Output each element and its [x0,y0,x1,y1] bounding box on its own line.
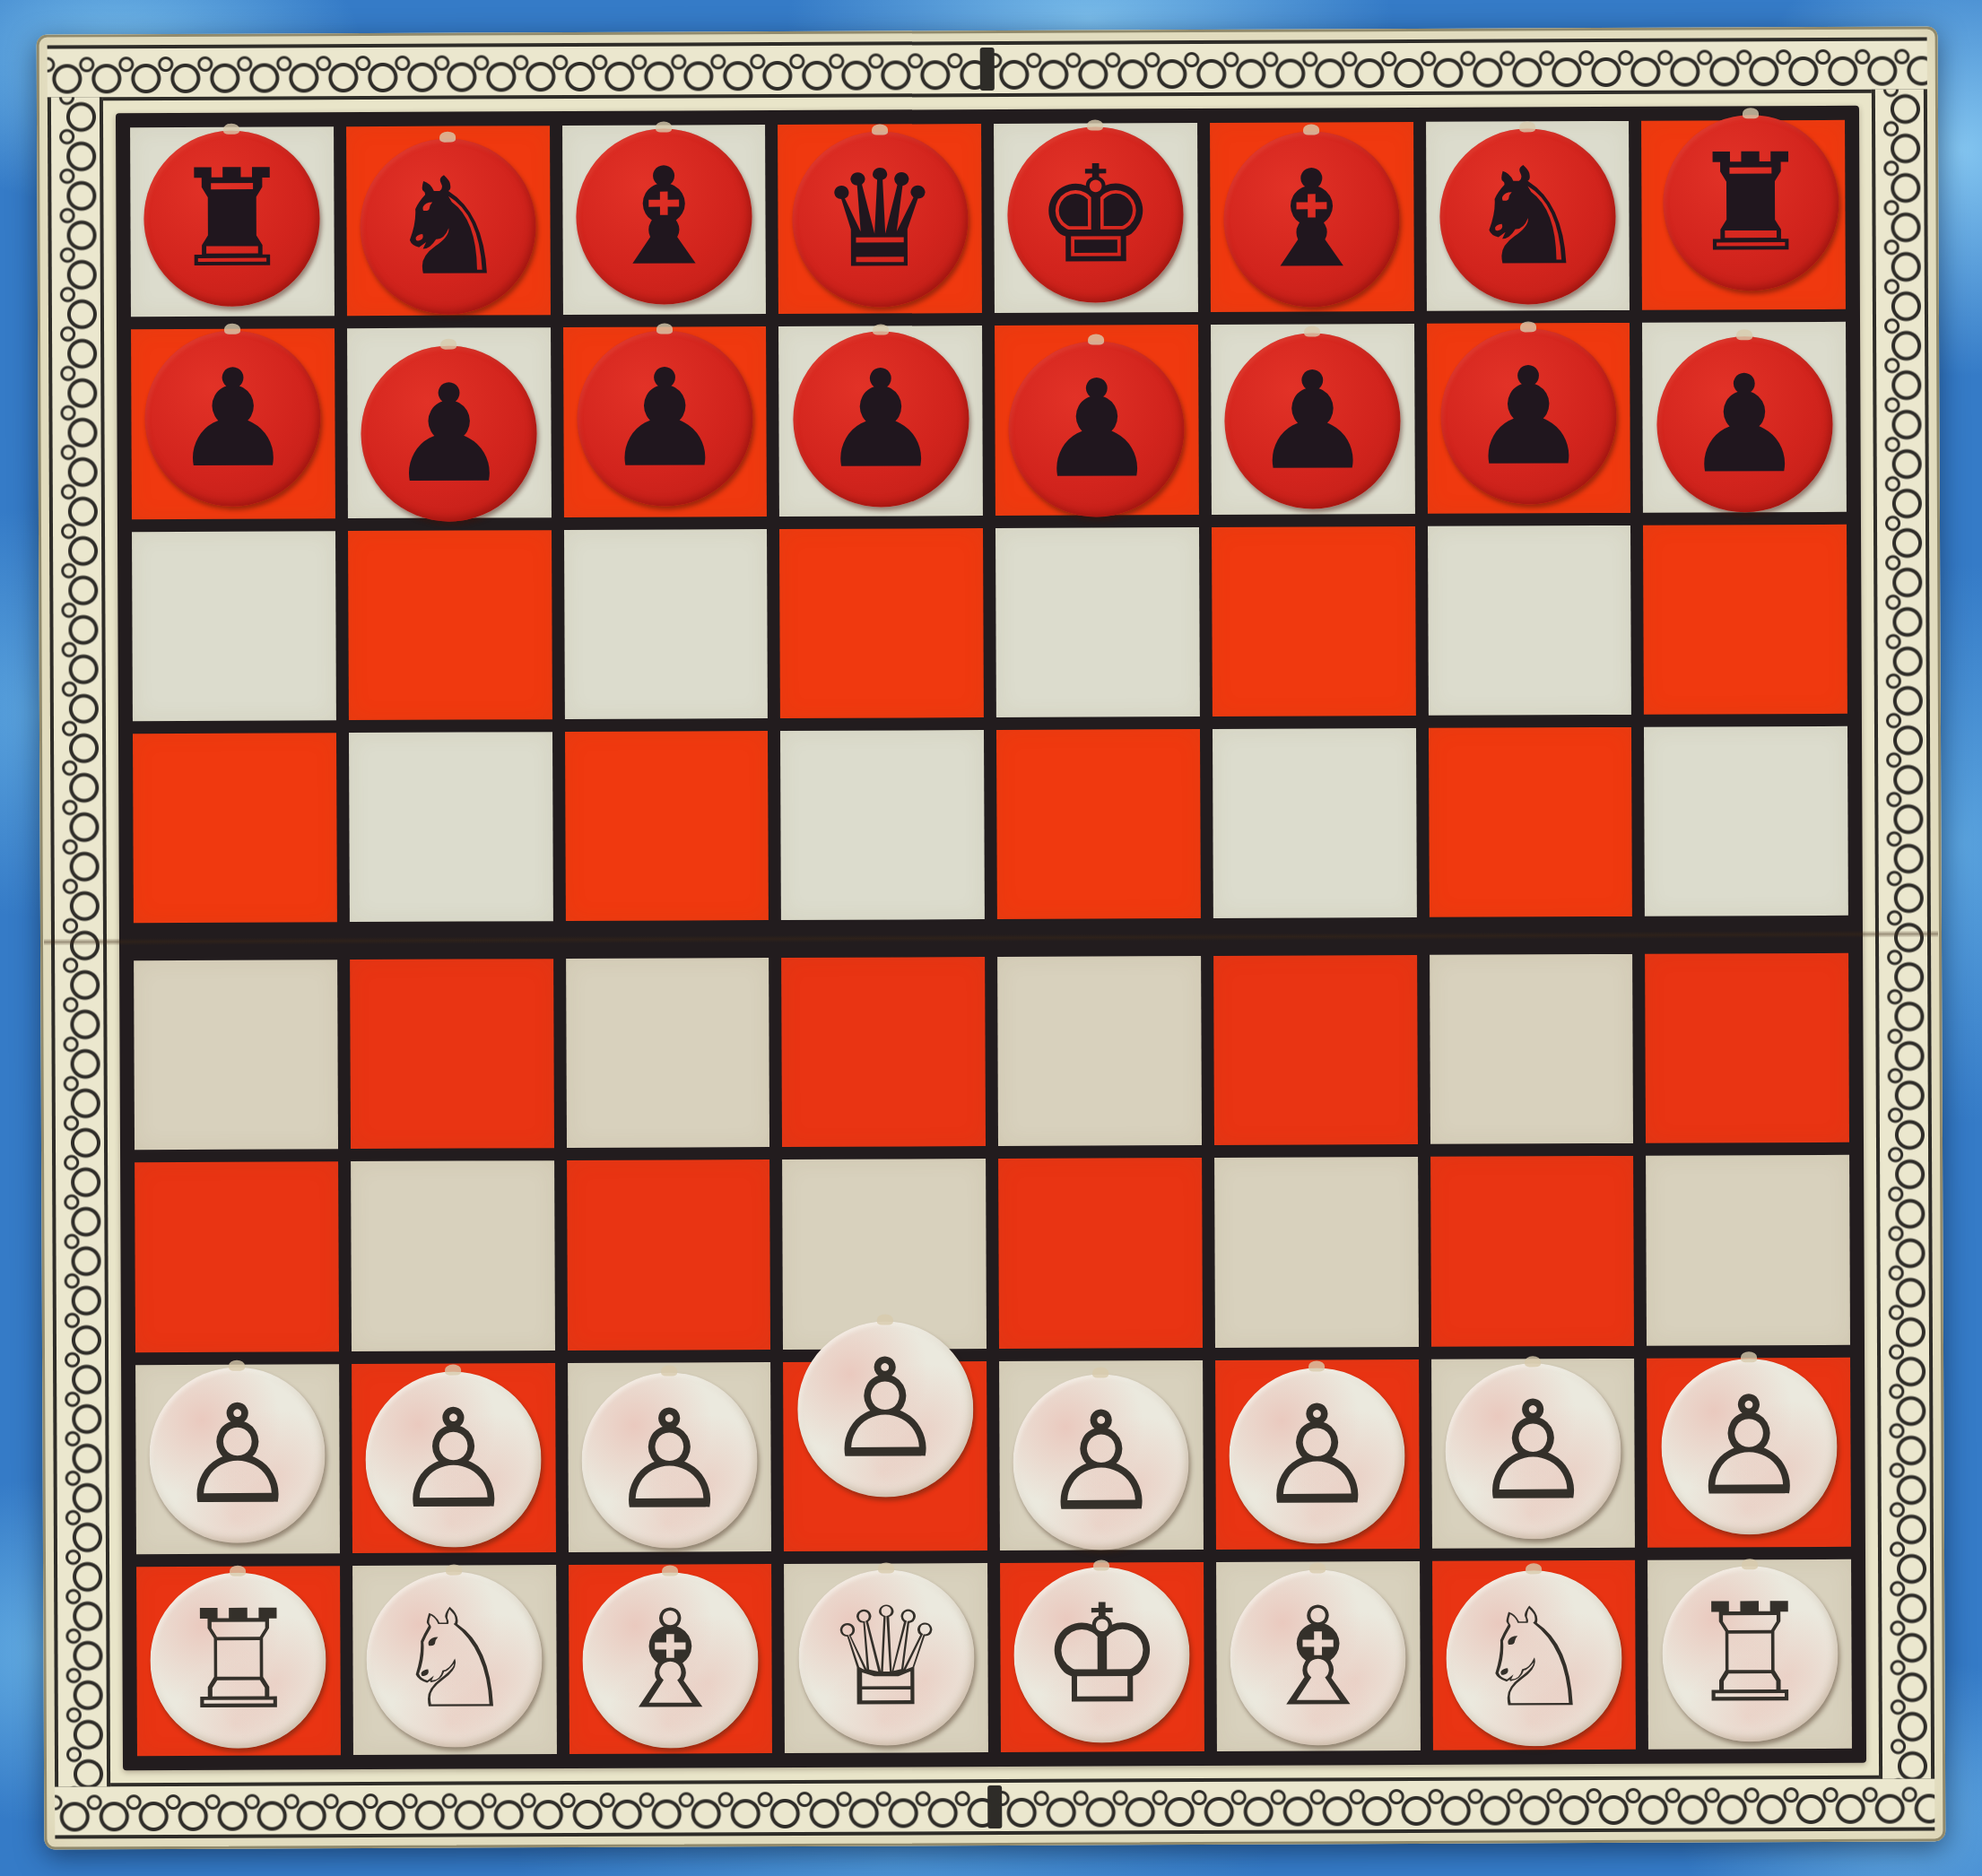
white-bishop-glyph: ♗ [609,1593,732,1730]
piece-white-pawn-h2[interactable]: ♙ [1661,1359,1838,1535]
square-e8[interactable]: ♚ [994,123,1198,313]
white-rook-glyph: ♖ [177,1593,300,1730]
square-b3[interactable] [351,1160,555,1351]
piece-red-pawn-f7[interactable]: ♟ [1224,333,1401,509]
square-h4[interactable] [1645,953,1849,1143]
square-c6[interactable] [564,529,769,719]
red-pawn-glyph: ♟ [1468,349,1589,484]
piece-white-pawn-b2[interactable]: ♙ [365,1371,542,1548]
square-b1[interactable]: ♘ [352,1565,557,1755]
square-b2[interactable]: ♙ [352,1363,556,1553]
piece-white-bishop-f1[interactable]: ♗ [1230,1569,1406,1746]
square-c8[interactable]: ♝ [562,125,767,315]
red-pawn-glyph: ♟ [172,351,293,486]
square-f3[interactable] [1214,1157,1419,1347]
red-bishop-glyph: ♝ [604,149,725,284]
piece-red-pawn-h7[interactable]: ♟ [1656,336,1833,513]
square-a2[interactable]: ♙ [135,1364,340,1554]
square-d2[interactable]: ♙ [783,1361,987,1551]
square-c1[interactable]: ♗ [569,1564,773,1754]
square-h5[interactable] [1644,726,1848,916]
piece-red-knight-b8[interactable]: ♞ [360,138,536,315]
fold-center-mark-bottom [987,1785,1002,1828]
square-e4[interactable] [997,956,1202,1146]
piece-white-knight-b1[interactable]: ♘ [366,1572,543,1749]
red-rook-glyph: ♜ [171,151,292,286]
piece-red-rook-h8[interactable]: ♜ [1663,114,1839,291]
piece-white-pawn-f2[interactable]: ♙ [1229,1368,1405,1544]
square-f5[interactable] [1213,728,1417,918]
red-knight-glyph: ♞ [387,159,509,294]
border-ornament-top [48,37,1927,100]
square-e5[interactable] [996,729,1201,919]
white-knight-glyph: ♘ [393,1592,516,1729]
square-g6[interactable] [1427,525,1631,715]
red-rook-glyph: ♜ [1690,135,1811,271]
piece-white-pawn-c2[interactable]: ♙ [581,1372,758,1549]
piece-white-pawn-d2[interactable]: ♙ [796,1321,973,1498]
square-a7[interactable]: ♟ [131,328,335,518]
square-g7[interactable]: ♟ [1427,323,1631,513]
square-a6[interactable] [132,531,336,721]
red-pawn-glyph: ♟ [604,351,726,486]
piece-red-pawn-e7[interactable]: ♟ [1008,341,1185,517]
square-d4[interactable] [781,957,986,1147]
square-e6[interactable] [995,526,1200,717]
square-e7[interactable]: ♟ [995,325,1199,515]
white-queen-glyph: ♕ [825,1590,948,1727]
square-e1[interactable]: ♔ [1000,1562,1204,1752]
piece-red-pawn-c7[interactable]: ♟ [577,330,753,507]
square-g2[interactable]: ♙ [1431,1358,1636,1548]
piece-red-pawn-g7[interactable]: ♟ [1440,328,1617,505]
square-b5[interactable] [349,732,553,922]
square-e2[interactable]: ♙ [999,1359,1204,1550]
square-b4[interactable] [350,959,554,1149]
piece-red-rook-a8[interactable]: ♜ [143,130,320,307]
square-c3[interactable] [567,1159,771,1350]
red-king-glyph: ♚ [1035,147,1156,282]
photo-background: { "game": "chess", "scene": "Vintage fol… [0,0,1982,1876]
white-knight-glyph: ♘ [1473,1590,1595,1727]
square-h2[interactable]: ♙ [1647,1357,1851,1547]
square-h1[interactable]: ♖ [1647,1559,1852,1750]
piece-red-queen-d8[interactable]: ♛ [792,131,969,308]
square-f7[interactable]: ♟ [1211,324,1415,514]
square-h3[interactable] [1646,1155,1850,1345]
square-f8[interactable]: ♝ [1210,122,1414,312]
white-king-glyph: ♔ [1040,1587,1163,1724]
red-bishop-glyph: ♝ [1251,152,1372,287]
white-rook-glyph: ♖ [1689,1585,1812,1723]
piece-white-bishop-c1[interactable]: ♗ [582,1573,759,1750]
square-f1[interactable]: ♗ [1216,1561,1421,1751]
red-pawn-glyph: ♟ [1252,353,1373,489]
piece-red-pawn-d7[interactable]: ♟ [793,331,969,508]
piece-red-knight-g8[interactable]: ♞ [1439,128,1616,305]
white-pawn-glyph: ♙ [1039,1394,1162,1531]
piece-white-rook-h1[interactable]: ♖ [1662,1566,1839,1742]
square-g3[interactable] [1430,1156,1635,1346]
red-knight-glyph: ♞ [1467,149,1588,284]
white-pawn-glyph: ♙ [176,1386,299,1524]
piece-red-king-e8[interactable]: ♚ [1007,126,1184,303]
border-ornament-bottom [55,1775,1934,1838]
white-bishop-glyph: ♗ [1256,1589,1379,1726]
piece-white-king-e1[interactable]: ♔ [1013,1567,1190,1743]
square-e3[interactable] [998,1158,1203,1348]
square-h7[interactable]: ♟ [1642,322,1847,512]
square-d1[interactable]: ♕ [784,1563,988,1753]
square-h6[interactable] [1643,524,1847,714]
white-pawn-glyph: ♙ [1688,1378,1811,1516]
red-pawn-glyph: ♟ [1684,357,1805,492]
square-g8[interactable]: ♞ [1426,121,1630,311]
piece-white-pawn-a2[interactable]: ♙ [149,1367,326,1543]
white-pawn-glyph: ♙ [392,1391,515,1528]
piece-red-bishop-f8[interactable]: ♝ [1223,131,1400,308]
square-g4[interactable] [1430,954,1634,1144]
piece-red-bishop-c8[interactable]: ♝ [576,128,752,305]
red-pawn-glyph: ♟ [388,366,509,501]
square-d6[interactable] [779,528,984,718]
square-c7[interactable]: ♟ [563,326,768,517]
square-a1[interactable]: ♖ [136,1566,341,1756]
square-g5[interactable] [1428,727,1632,917]
square-b8[interactable]: ♞ [346,126,551,316]
chess-board: ♜♞♝♛♚♝♞♜♟♟♟♟♟♟♟♟♙♙♙♙♙♙♙♙♖♘♗♕♔♗♘♖ [37,26,1946,1849]
piece-white-pawn-g2[interactable]: ♙ [1445,1363,1621,1540]
square-a5[interactable] [133,733,337,923]
red-pawn-glyph: ♟ [1036,361,1157,497]
fold-center-mark-top [980,48,995,91]
square-f2[interactable]: ♙ [1215,1359,1420,1549]
square-h8[interactable]: ♜ [1641,120,1846,310]
piece-white-queen-d1[interactable]: ♕ [798,1569,975,1746]
piece-red-pawn-a7[interactable]: ♟ [144,330,321,507]
white-pawn-glyph: ♙ [1472,1383,1595,1520]
square-c4[interactable] [566,958,770,1148]
square-d5[interactable] [780,730,985,920]
square-b7[interactable]: ♟ [347,327,552,517]
piece-red-pawn-b7[interactable]: ♟ [361,345,537,522]
red-queen-glyph: ♛ [820,152,941,287]
red-pawn-glyph: ♟ [821,352,942,487]
square-b6[interactable] [348,530,552,720]
white-pawn-glyph: ♙ [1256,1387,1378,1524]
piece-white-pawn-e2[interactable]: ♙ [1013,1374,1190,1550]
square-a3[interactable] [135,1161,339,1351]
white-pawn-glyph: ♙ [608,1392,731,1529]
square-c2[interactable]: ♙ [568,1362,772,1552]
square-d7[interactable]: ♟ [778,326,983,516]
piece-white-knight-g1[interactable]: ♘ [1446,1570,1622,1747]
square-d8[interactable]: ♛ [778,124,982,314]
square-f4[interactable] [1213,955,1418,1145]
square-a4[interactable] [134,960,338,1150]
piece-white-rook-a1[interactable]: ♖ [150,1573,326,1750]
white-pawn-glyph: ♙ [823,1341,946,1478]
square-f6[interactable] [1212,525,1416,716]
square-g1[interactable]: ♘ [1432,1560,1637,1750]
square-c5[interactable] [564,731,769,921]
square-a8[interactable]: ♜ [130,126,335,317]
